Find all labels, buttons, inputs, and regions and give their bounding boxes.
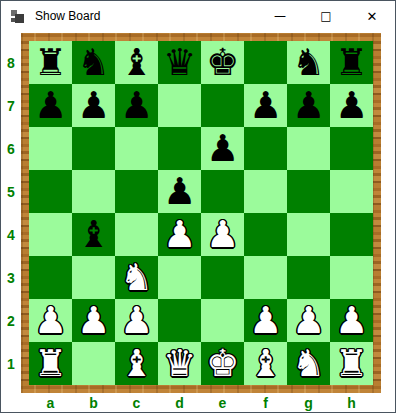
- square-a2[interactable]: ♟: [29, 299, 72, 342]
- square-h6[interactable]: [330, 127, 373, 170]
- piece-white-pawn: ♟: [335, 302, 368, 339]
- square-f1[interactable]: ♝: [244, 342, 287, 385]
- maximize-button[interactable]: □: [303, 1, 349, 31]
- square-f3[interactable]: [244, 256, 287, 299]
- minimize-button[interactable]: —: [257, 1, 303, 31]
- square-c1[interactable]: ♝: [115, 342, 158, 385]
- square-c3[interactable]: ♞: [115, 256, 158, 299]
- piece-black-pawn: ♟: [77, 87, 110, 124]
- piece-white-bishop: ♝: [120, 345, 153, 382]
- file-label-e: e: [201, 395, 244, 411]
- piece-black-pawn: ♟: [249, 87, 282, 124]
- square-g7[interactable]: ♟: [287, 84, 330, 127]
- square-b5[interactable]: [72, 170, 115, 213]
- square-d8[interactable]: ♛: [158, 41, 201, 84]
- square-b6[interactable]: [72, 127, 115, 170]
- rank-label-2: 2: [1, 299, 21, 342]
- piece-white-bishop: ♝: [249, 345, 282, 382]
- rank-label-6: 6: [1, 127, 21, 170]
- app-icon: [10, 8, 26, 24]
- piece-black-queen: ♛: [163, 44, 196, 81]
- piece-white-pawn: ♟: [163, 216, 196, 253]
- piece-black-rook: ♜: [34, 44, 67, 81]
- square-a5[interactable]: [29, 170, 72, 213]
- square-e4[interactable]: ♟: [201, 213, 244, 256]
- square-b8[interactable]: ♞: [72, 41, 115, 84]
- square-a3[interactable]: [29, 256, 72, 299]
- show-board-window: Show Board — □ ✕ 87654321 ♜♞♝♛♚♞♜♟♟♟♟♟♟♟…: [0, 0, 396, 413]
- square-a1[interactable]: ♜: [29, 342, 72, 385]
- square-d7[interactable]: [158, 84, 201, 127]
- square-f6[interactable]: [244, 127, 287, 170]
- square-g4[interactable]: [287, 213, 330, 256]
- rank-labels: 87654321: [1, 33, 21, 393]
- square-h2[interactable]: ♟: [330, 299, 373, 342]
- file-labels: abcdefgh: [29, 393, 395, 412]
- square-g5[interactable]: [287, 170, 330, 213]
- square-d5[interactable]: ♟: [158, 170, 201, 213]
- piece-black-knight: ♞: [292, 44, 325, 81]
- rank-label-7: 7: [1, 84, 21, 127]
- square-a4[interactable]: [29, 213, 72, 256]
- square-h5[interactable]: [330, 170, 373, 213]
- minimize-icon: —: [274, 9, 286, 23]
- rank-label-8: 8: [1, 41, 21, 84]
- square-h8[interactable]: ♜: [330, 41, 373, 84]
- square-d2[interactable]: [158, 299, 201, 342]
- piece-white-queen: ♛: [163, 345, 196, 382]
- square-f7[interactable]: ♟: [244, 84, 287, 127]
- title-bar[interactable]: Show Board — □ ✕: [1, 1, 395, 31]
- piece-black-pawn: ♟: [163, 173, 196, 210]
- piece-black-bishop: ♝: [77, 216, 110, 253]
- piece-black-pawn: ♟: [292, 87, 325, 124]
- board-area: 87654321 ♜♞♝♛♚♞♜♟♟♟♟♟♟♟♟♝♟♟♞♟♟♟♟♟♟♜♝♛♚♝♞…: [1, 33, 395, 412]
- piece-white-knight: ♞: [120, 259, 153, 296]
- square-f8[interactable]: [244, 41, 287, 84]
- square-b3[interactable]: [72, 256, 115, 299]
- square-c4[interactable]: [115, 213, 158, 256]
- square-f5[interactable]: [244, 170, 287, 213]
- square-b7[interactable]: ♟: [72, 84, 115, 127]
- square-h3[interactable]: [330, 256, 373, 299]
- window-title: Show Board: [35, 9, 100, 23]
- piece-white-knight: ♞: [292, 345, 325, 382]
- rank-label-1: 1: [1, 342, 21, 385]
- chess-board: ♜♞♝♛♚♞♜♟♟♟♟♟♟♟♟♝♟♟♞♟♟♟♟♟♟♜♝♛♚♝♞♜: [29, 41, 373, 385]
- piece-white-king: ♚: [206, 345, 239, 382]
- piece-black-pawn: ♟: [335, 87, 368, 124]
- square-e5[interactable]: [201, 170, 244, 213]
- square-f2[interactable]: ♟: [244, 299, 287, 342]
- piece-white-pawn: ♟: [77, 302, 110, 339]
- piece-black-bishop: ♝: [120, 44, 153, 81]
- square-g1[interactable]: ♞: [287, 342, 330, 385]
- square-e6[interactable]: ♟: [201, 127, 244, 170]
- square-h4[interactable]: [330, 213, 373, 256]
- close-icon: ✕: [367, 9, 378, 24]
- file-label-b: b: [72, 395, 115, 411]
- piece-white-pawn: ♟: [249, 302, 282, 339]
- piece-white-pawn: ♟: [292, 302, 325, 339]
- board-frame: ♜♞♝♛♚♞♜♟♟♟♟♟♟♟♟♝♟♟♞♟♟♟♟♟♟♜♝♛♚♝♞♜: [21, 33, 381, 393]
- square-c5[interactable]: [115, 170, 158, 213]
- file-label-c: c: [115, 395, 158, 411]
- file-label-g: g: [287, 395, 330, 411]
- rank-label-4: 4: [1, 213, 21, 256]
- square-a8[interactable]: ♜: [29, 41, 72, 84]
- square-b1[interactable]: [72, 342, 115, 385]
- piece-white-pawn: ♟: [34, 302, 67, 339]
- square-a6[interactable]: [29, 127, 72, 170]
- rank-label-5: 5: [1, 170, 21, 213]
- file-label-a: a: [29, 395, 72, 411]
- piece-white-rook: ♜: [335, 345, 368, 382]
- close-button[interactable]: ✕: [349, 1, 395, 31]
- piece-white-rook: ♜: [34, 345, 67, 382]
- square-e8[interactable]: ♚: [201, 41, 244, 84]
- square-e7[interactable]: [201, 84, 244, 127]
- square-e3[interactable]: [201, 256, 244, 299]
- square-g8[interactable]: ♞: [287, 41, 330, 84]
- square-c2[interactable]: ♟: [115, 299, 158, 342]
- square-f4[interactable]: [244, 213, 287, 256]
- rank-label-3: 3: [1, 256, 21, 299]
- maximize-icon: □: [320, 9, 331, 23]
- square-d3[interactable]: [158, 256, 201, 299]
- piece-black-pawn: ♟: [120, 87, 153, 124]
- square-h1[interactable]: ♜: [330, 342, 373, 385]
- piece-black-rook: ♜: [335, 44, 368, 81]
- square-g3[interactable]: [287, 256, 330, 299]
- square-c7[interactable]: ♟: [115, 84, 158, 127]
- square-a7[interactable]: ♟: [29, 84, 72, 127]
- piece-white-pawn: ♟: [206, 216, 239, 253]
- square-e1[interactable]: ♚: [201, 342, 244, 385]
- square-b2[interactable]: ♟: [72, 299, 115, 342]
- piece-black-knight: ♞: [77, 44, 110, 81]
- piece-white-pawn: ♟: [120, 302, 153, 339]
- square-b4[interactable]: ♝: [72, 213, 115, 256]
- square-d4[interactable]: ♟: [158, 213, 201, 256]
- file-label-f: f: [244, 395, 287, 411]
- square-c6[interactable]: [115, 127, 158, 170]
- file-label-d: d: [158, 395, 201, 411]
- square-g6[interactable]: [287, 127, 330, 170]
- square-e2[interactable]: [201, 299, 244, 342]
- piece-black-pawn: ♟: [34, 87, 67, 124]
- square-h7[interactable]: ♟: [330, 84, 373, 127]
- piece-black-king: ♚: [206, 44, 239, 81]
- piece-black-pawn: ♟: [206, 130, 239, 167]
- square-d6[interactable]: [158, 127, 201, 170]
- square-c8[interactable]: ♝: [115, 41, 158, 84]
- square-d1[interactable]: ♛: [158, 342, 201, 385]
- square-g2[interactable]: ♟: [287, 299, 330, 342]
- file-label-h: h: [330, 395, 373, 411]
- app-icon-square-large: [15, 14, 24, 23]
